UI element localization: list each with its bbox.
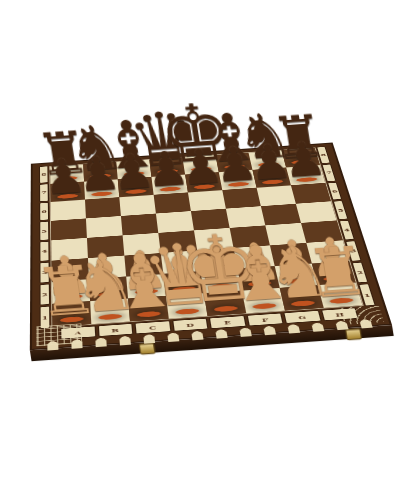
square-e6 <box>188 190 226 211</box>
file-label-g: G <box>284 311 319 323</box>
square-a6 <box>51 200 86 221</box>
square-h6 <box>291 183 331 204</box>
square-h5 <box>296 201 337 223</box>
piece-black-pawn: ♟ <box>279 135 329 185</box>
file-label-e: E <box>210 316 245 328</box>
square-h1: ♜ <box>318 283 363 308</box>
square-g6 <box>257 185 296 206</box>
product-photo-scene: 87654321 ♜♞♝♛♚♝♞♜♟♟♟♟♟♟♟♟♟♟♟♟♟♟♟♟♜♞♝♛♚♝♞… <box>0 0 400 498</box>
square-a5 <box>51 218 87 240</box>
square-c6 <box>119 195 156 216</box>
file-label-c: C <box>136 321 170 333</box>
file-label-f: F <box>247 313 282 325</box>
playfield: ♜♞♝♛♚♝♞♜♟♟♟♟♟♟♟♟♟♟♟♟♟♟♟♟♜♞♝♛♚♝♞♜ <box>49 148 364 328</box>
square-b6 <box>85 197 121 218</box>
brass-clasp-right <box>345 328 362 340</box>
square-f6 <box>222 188 261 209</box>
square-g5 <box>261 204 301 226</box>
board-main-row: 87654321 ♜♞♝♛♚♝♞♜♟♟♟♟♟♟♟♟♟♟♟♟♟♟♟♟♜♞♝♛♚♝♞… <box>38 147 376 329</box>
board-frame: 87654321 ♜♞♝♛♚♝♞♜♟♟♟♟♟♟♟♟♟♟♟♟♟♟♟♟♜♞♝♛♚♝♞… <box>30 143 392 351</box>
square-d6 <box>154 192 191 213</box>
chess-board: 87654321 ♜♞♝♛♚♝♞♜♟♟♟♟♟♟♟♟♟♟♟♟♟♟♟♟♜♞♝♛♚♝♞… <box>30 143 392 351</box>
file-label-d: D <box>173 319 207 331</box>
file-label-b: B <box>98 324 132 336</box>
rank-label-6: 6 <box>40 203 48 221</box>
brass-clasp-left <box>139 343 156 355</box>
square-h7: ♟ <box>286 165 325 185</box>
rank-label-5: 5 <box>40 222 48 240</box>
square-b5 <box>86 216 123 238</box>
corner-fan-ornament <box>340 305 384 325</box>
piece-white-rook: ♜ <box>303 237 373 307</box>
board-pose: 87654321 ♜♞♝♛♚♝♞♜♟♟♟♟♟♟♟♟♟♟♟♟♟♟♟♟♜♞♝♛♚♝♞… <box>4 62 385 412</box>
